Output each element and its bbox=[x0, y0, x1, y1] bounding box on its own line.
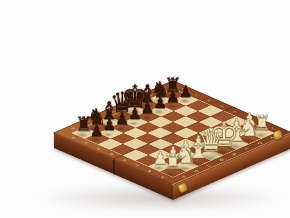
piece-black-pawn: ♟ bbox=[115, 112, 129, 128]
piece-white-rook: ♜ bbox=[164, 152, 183, 173]
piece-black-pawn: ♟ bbox=[89, 123, 103, 139]
fold-seam-side bbox=[113, 159, 115, 175]
piece-black-pawn: ♟ bbox=[128, 106, 142, 122]
piece-black-pawn: ♟ bbox=[140, 101, 154, 117]
piece-black-pawn: ♟ bbox=[166, 90, 180, 106]
piece-black-pawn: ♟ bbox=[153, 95, 167, 111]
piece-black-pawn: ♟ bbox=[179, 84, 193, 100]
piece-black-pawn: ♟ bbox=[102, 117, 116, 133]
chess-set-photo: AABBCCDDEEFFGGHH1122334455667788 ♜♞♝♛♚♝♞… bbox=[0, 0, 290, 218]
